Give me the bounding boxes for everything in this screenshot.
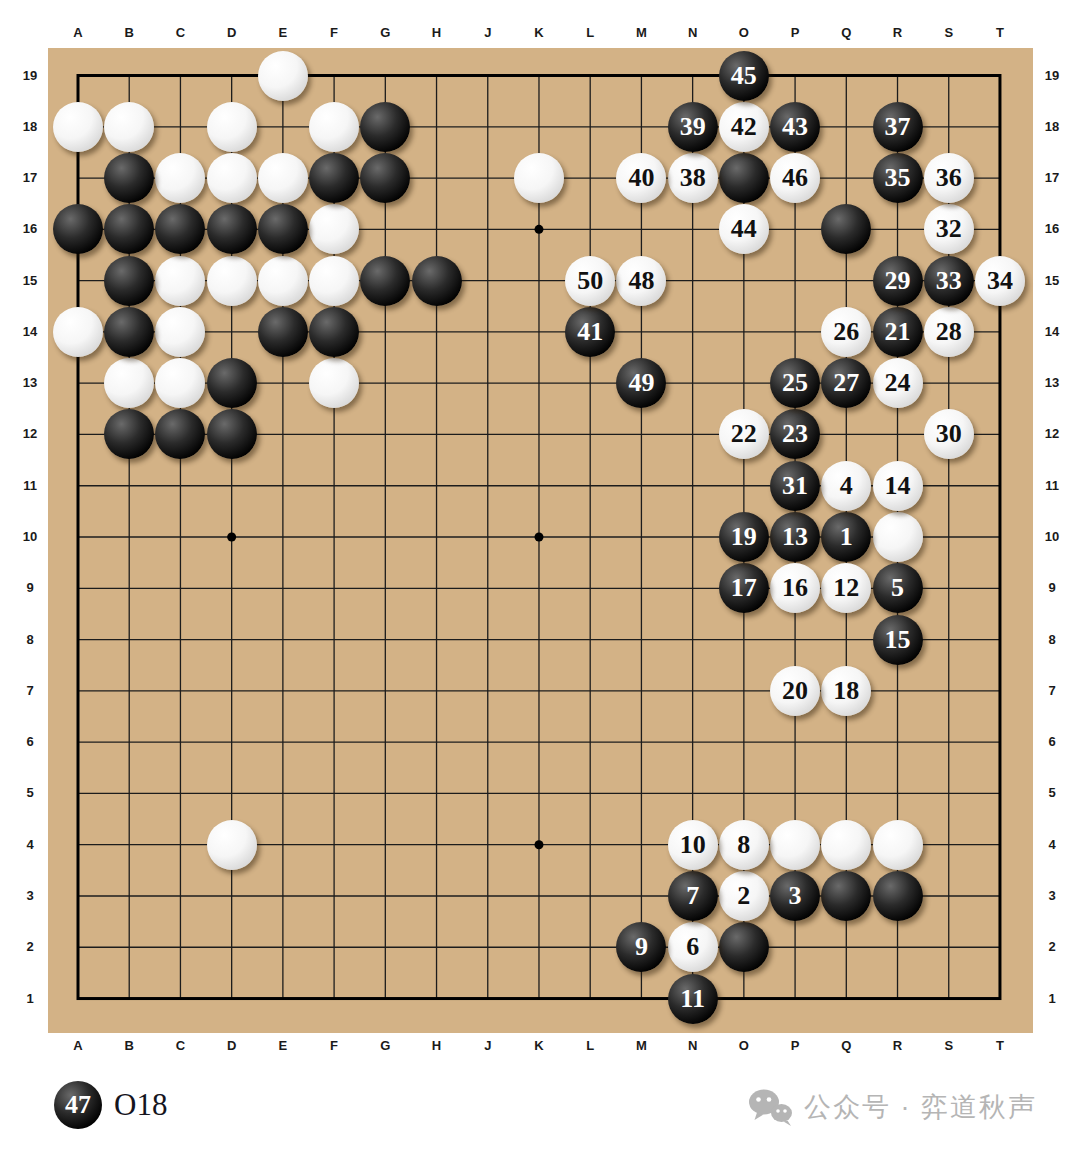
coord-label-10: 10 (12, 530, 48, 544)
stone-white-O16: 44 (719, 204, 769, 254)
stone-white-Q4 (821, 820, 871, 870)
watermark-text: 公众号 · 弈道秋声 (804, 1089, 1037, 1125)
stone-black-R17: 35 (873, 153, 923, 203)
stone-black-N18: 39 (668, 102, 718, 152)
coord-label-7: 7 (12, 684, 48, 698)
stone-white-O3: 2 (719, 871, 769, 921)
go-diagram-page: 1234567891011121314151617181920212223242… (0, 0, 1080, 1156)
stone-move-number: 6 (686, 934, 699, 960)
stone-white-C15 (155, 256, 205, 306)
stone-move-number: 38 (680, 165, 706, 191)
stone-white-B18 (104, 102, 154, 152)
stone-black-F14 (309, 307, 359, 357)
stone-white-O12: 22 (719, 409, 769, 459)
coord-label-5: 5 (1036, 786, 1068, 800)
coord-label-A: A (66, 26, 90, 40)
coord-label-16: 16 (1036, 222, 1068, 236)
coord-label-15: 15 (1036, 274, 1068, 288)
stone-move-number: 10 (680, 832, 706, 858)
stone-black-O10: 19 (719, 512, 769, 562)
coord-label-2: 2 (12, 940, 48, 954)
stone-move-number: 36 (936, 165, 962, 191)
stone-black-O17 (719, 153, 769, 203)
stone-white-S17: 36 (924, 153, 974, 203)
coord-label-19: 19 (12, 69, 48, 83)
stone-move-number: 25 (782, 370, 808, 396)
stone-black-R14: 21 (873, 307, 923, 357)
stone-black-B17 (104, 153, 154, 203)
stone-white-T15: 34 (975, 256, 1025, 306)
coord-label-P: P (783, 26, 807, 40)
stone-white-P17: 46 (770, 153, 820, 203)
coord-label-Q: Q (834, 1039, 858, 1053)
coord-label-T: T (988, 26, 1012, 40)
stone-move-number: 40 (628, 165, 654, 191)
stone-white-A18 (53, 102, 103, 152)
stone-move-number: 35 (885, 165, 911, 191)
stone-white-C14 (155, 307, 205, 357)
caption-stone-number: 47 (65, 1092, 91, 1118)
coord-label-5: 5 (12, 786, 48, 800)
coord-label-D: D (220, 1039, 244, 1053)
stone-move-number: 12 (833, 575, 859, 601)
coord-label-9: 9 (1036, 581, 1068, 595)
coord-label-R: R (886, 26, 910, 40)
stone-move-number: 30 (936, 421, 962, 447)
stone-move-number: 27 (833, 370, 859, 396)
stone-black-E16 (258, 204, 308, 254)
coord-label-4: 4 (1036, 838, 1068, 852)
stone-white-L15: 50 (565, 256, 615, 306)
stone-white-D17 (207, 153, 257, 203)
wechat-icon (748, 1088, 794, 1126)
stone-move-number: 18 (833, 678, 859, 704)
stone-move-number: 19 (731, 524, 757, 550)
stone-move-number: 16 (782, 575, 808, 601)
stone-white-F13 (309, 358, 359, 408)
stone-move-number: 4 (840, 473, 853, 499)
stone-black-P3: 3 (770, 871, 820, 921)
stone-white-P4 (770, 820, 820, 870)
stone-white-N17: 38 (668, 153, 718, 203)
stone-black-F17 (309, 153, 359, 203)
stone-black-R18: 37 (873, 102, 923, 152)
stone-white-D15 (207, 256, 257, 306)
stone-black-H15 (412, 256, 462, 306)
stone-black-N1: 11 (668, 974, 718, 1024)
stone-black-E14 (258, 307, 308, 357)
coord-label-2: 2 (1036, 940, 1068, 954)
coord-label-7: 7 (1036, 684, 1068, 698)
coord-label-B: B (117, 1039, 141, 1053)
coord-label-8: 8 (12, 633, 48, 647)
stone-move-number: 24 (885, 370, 911, 396)
stone-white-E15 (258, 256, 308, 306)
coord-label-J: J (476, 1039, 500, 1053)
stone-black-P18: 43 (770, 102, 820, 152)
stone-move-number: 22 (731, 421, 757, 447)
coord-label-13: 13 (12, 376, 48, 390)
coord-label-S: S (937, 26, 961, 40)
stone-move-number: 31 (782, 473, 808, 499)
coord-label-B: B (117, 26, 141, 40)
stone-black-Q3 (821, 871, 871, 921)
coord-label-T: T (988, 1039, 1012, 1053)
stone-black-R3 (873, 871, 923, 921)
stone-white-M15: 48 (616, 256, 666, 306)
coord-label-10: 10 (1036, 530, 1068, 544)
stone-black-B14 (104, 307, 154, 357)
coord-label-K: K (527, 26, 551, 40)
coord-label-G: G (373, 1039, 397, 1053)
stone-move-number: 20 (782, 678, 808, 704)
stone-move-number: 41 (577, 319, 603, 345)
coord-label-D: D (220, 26, 244, 40)
stone-white-Q14: 26 (821, 307, 871, 357)
stone-white-R11: 14 (873, 461, 923, 511)
coord-label-C: C (168, 1039, 192, 1053)
stone-black-G18 (360, 102, 410, 152)
stone-white-N4: 10 (668, 820, 718, 870)
coord-label-1: 1 (1036, 992, 1068, 1006)
stone-black-R15: 29 (873, 256, 923, 306)
coord-label-13: 13 (1036, 376, 1068, 390)
coord-label-11: 11 (1036, 479, 1068, 493)
stone-white-Q7: 18 (821, 666, 871, 716)
coord-label-H: H (425, 26, 449, 40)
stone-move-number: 3 (789, 883, 802, 909)
coord-label-8: 8 (1036, 633, 1068, 647)
coord-label-N: N (681, 26, 705, 40)
stone-white-S16: 32 (924, 204, 974, 254)
coord-label-11: 11 (12, 479, 48, 493)
stone-black-S15: 33 (924, 256, 974, 306)
stone-black-L14: 41 (565, 307, 615, 357)
stone-black-D16 (207, 204, 257, 254)
stone-black-B15 (104, 256, 154, 306)
stone-move-number: 11 (680, 986, 705, 1012)
stone-black-R8: 15 (873, 615, 923, 665)
stone-move-number: 50 (577, 268, 603, 294)
stone-white-O4: 8 (719, 820, 769, 870)
coord-label-H: H (425, 1039, 449, 1053)
coord-label-16: 16 (12, 222, 48, 236)
stone-move-number: 29 (885, 268, 911, 294)
watermark: 公众号 · 弈道秋声 (748, 1088, 1037, 1126)
stone-move-number: 2 (737, 883, 750, 909)
stone-move-number: 32 (936, 216, 962, 242)
stone-move-number: 5 (891, 575, 904, 601)
stone-move-number: 37 (885, 114, 911, 140)
stone-move-number: 14 (885, 473, 911, 499)
coord-label-3: 3 (1036, 889, 1068, 903)
stone-black-D12 (207, 409, 257, 459)
coord-label-18: 18 (12, 120, 48, 134)
stone-white-N2: 6 (668, 922, 718, 972)
caption-stone: 47 (54, 1081, 102, 1129)
coord-label-19: 19 (1036, 69, 1068, 83)
stone-black-P13: 25 (770, 358, 820, 408)
stone-move-number: 15 (885, 627, 911, 653)
stone-black-O2 (719, 922, 769, 972)
stone-white-E17 (258, 153, 308, 203)
coord-label-12: 12 (12, 427, 48, 441)
coord-label-3: 3 (12, 889, 48, 903)
stone-move-number: 13 (782, 524, 808, 550)
stone-move-number: 1 (840, 524, 853, 550)
stone-move-number: 17 (731, 575, 757, 601)
stone-white-R10 (873, 512, 923, 562)
stone-white-S12: 30 (924, 409, 974, 459)
stone-white-D18 (207, 102, 257, 152)
coord-label-12: 12 (1036, 427, 1068, 441)
stone-black-Q10: 1 (821, 512, 871, 562)
coord-label-1: 1 (12, 992, 48, 1006)
coord-label-R: R (886, 1039, 910, 1053)
stone-move-number: 43 (782, 114, 808, 140)
stone-white-S14: 28 (924, 307, 974, 357)
stone-move-number: 48 (628, 268, 654, 294)
stone-white-K17 (514, 153, 564, 203)
stone-black-O19: 45 (719, 51, 769, 101)
coord-label-S: S (937, 1039, 961, 1053)
stone-black-D13 (207, 358, 257, 408)
coord-label-6: 6 (12, 735, 48, 749)
stone-move-number: 21 (885, 319, 911, 345)
stone-white-D4 (207, 820, 257, 870)
stone-move-number: 7 (686, 883, 699, 909)
coord-label-17: 17 (1036, 171, 1068, 185)
stone-move-number: 28 (936, 319, 962, 345)
coord-label-E: E (271, 26, 295, 40)
stone-move-number: 9 (635, 934, 648, 960)
coord-label-F: F (322, 1039, 346, 1053)
stone-white-Q11: 4 (821, 461, 871, 511)
coord-label-15: 15 (12, 274, 48, 288)
coord-label-K: K (527, 1039, 551, 1053)
stone-black-G15 (360, 256, 410, 306)
stone-move-number: 49 (628, 370, 654, 396)
stone-move-number: 44 (731, 216, 757, 242)
coord-label-17: 17 (12, 171, 48, 185)
stone-white-O18: 42 (719, 102, 769, 152)
coord-label-C: C (168, 26, 192, 40)
coord-label-4: 4 (12, 838, 48, 852)
coord-label-N: N (681, 1039, 705, 1053)
stone-black-O9: 17 (719, 563, 769, 613)
coord-label-F: F (322, 26, 346, 40)
stone-move-number: 26 (833, 319, 859, 345)
coord-label-14: 14 (12, 325, 48, 339)
coord-label-M: M (629, 1039, 653, 1053)
coord-label-P: P (783, 1039, 807, 1053)
stone-white-R13: 24 (873, 358, 923, 408)
stone-black-R9: 5 (873, 563, 923, 613)
coord-label-L: L (578, 1039, 602, 1053)
stone-move-number: 23 (782, 421, 808, 447)
caption-coordinate: O18 (114, 1081, 167, 1129)
coord-label-18: 18 (1036, 120, 1068, 134)
coord-label-A: A (66, 1039, 90, 1053)
move-caption: 47 O18 (54, 1081, 167, 1129)
stone-black-A16 (53, 204, 103, 254)
stone-move-number: 34 (987, 268, 1013, 294)
stone-move-number: 8 (737, 832, 750, 858)
coord-label-9: 9 (12, 581, 48, 595)
coord-label-E: E (271, 1039, 295, 1053)
stone-white-F18 (309, 102, 359, 152)
stone-white-A14 (53, 307, 103, 357)
stone-white-R4 (873, 820, 923, 870)
stone-white-E19 (258, 51, 308, 101)
coord-label-M: M (629, 26, 653, 40)
coord-label-G: G (373, 26, 397, 40)
stone-black-P11: 31 (770, 461, 820, 511)
stone-move-number: 42 (731, 114, 757, 140)
coord-label-Q: Q (834, 26, 858, 40)
stone-white-P7: 20 (770, 666, 820, 716)
coord-label-J: J (476, 26, 500, 40)
stone-move-number: 45 (731, 63, 757, 89)
stone-move-number: 33 (936, 268, 962, 294)
coord-label-14: 14 (1036, 325, 1068, 339)
coord-label-L: L (578, 26, 602, 40)
stone-move-number: 39 (680, 114, 706, 140)
stone-black-N3: 7 (668, 871, 718, 921)
coord-label-O: O (732, 26, 756, 40)
stone-black-P10: 13 (770, 512, 820, 562)
stone-move-number: 46 (782, 165, 808, 191)
coord-label-O: O (732, 1039, 756, 1053)
stone-white-F15 (309, 256, 359, 306)
coord-label-6: 6 (1036, 735, 1068, 749)
